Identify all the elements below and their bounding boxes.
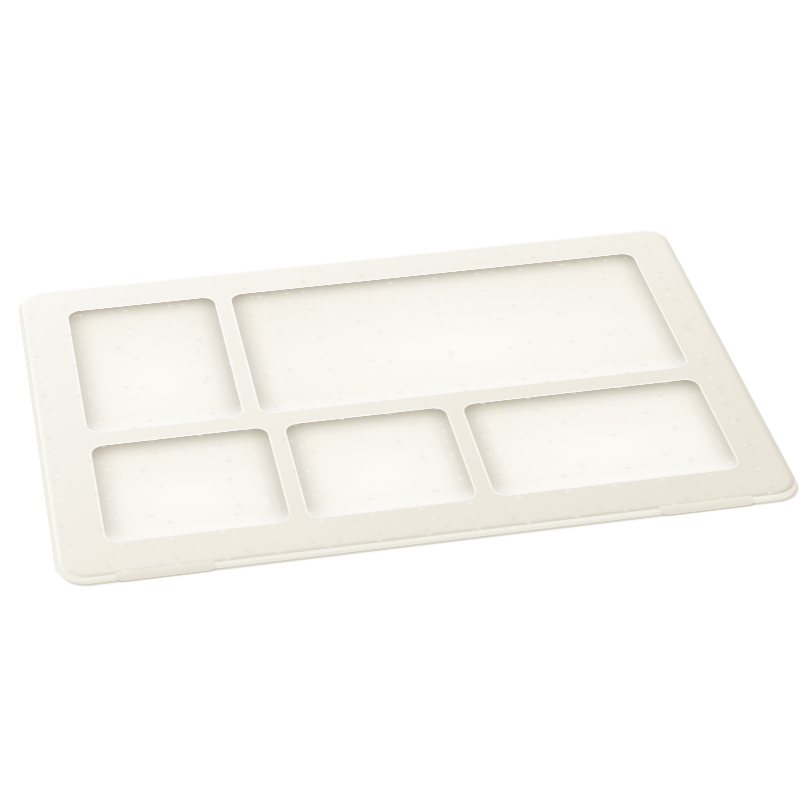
tray-foot-left [115,560,217,582]
compartment-bottom-left [90,428,290,543]
product-photo-scene [0,0,800,800]
tray-foot-right [658,495,756,515]
tray-well [68,253,741,542]
compartment-tray [20,228,800,581]
compartment-bottom-center [284,407,477,518]
compartment-top-left [68,297,244,433]
compartment-bottom-right [462,379,741,496]
